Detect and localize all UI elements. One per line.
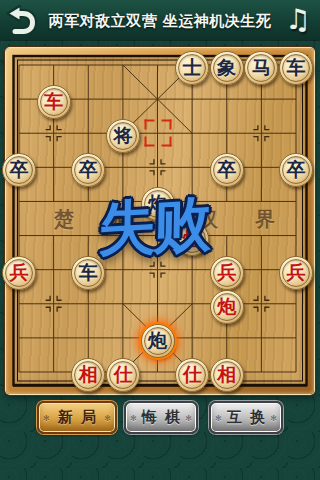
piece-black-cannon[interactable]: 炮 xyxy=(141,324,175,358)
piece-red-elephant[interactable]: 相 xyxy=(210,358,244,392)
swap-sides-button[interactable]: 互换 xyxy=(209,401,283,434)
piece-red-cannon[interactable]: 炮 xyxy=(210,290,244,324)
piece-glyph: 士 xyxy=(176,52,208,84)
piece-black-horse[interactable]: 马 xyxy=(244,51,278,85)
piece-red-chariot[interactable]: 车 xyxy=(37,85,71,119)
piece-glyph: 卒 xyxy=(211,154,243,186)
piece-black-soldier[interactable]: 卒 xyxy=(210,153,244,187)
piece-black-general[interactable]: 将 xyxy=(106,119,140,153)
piece-glyph: 兵 xyxy=(3,257,35,289)
piece-glyph: 相 xyxy=(211,359,243,391)
piece-black-soldier[interactable]: 卒 xyxy=(2,153,36,187)
piece-glyph: 卒 xyxy=(280,154,312,186)
undo-button[interactable]: 悔棋 xyxy=(124,401,198,434)
xiangqi-app: 两军对敌立双营 坐运神机决生死 ♫ 楚 河 汉 界 士象马车车将卒卒卒卒炮炮兵车… xyxy=(0,0,320,480)
piece-glyph: 卒 xyxy=(72,154,104,186)
top-bar: 两军对敌立双营 坐运神机决生死 ♫ xyxy=(0,0,320,40)
piece-glyph: 兵 xyxy=(211,257,243,289)
last-move-marker xyxy=(144,120,171,147)
piece-red-soldier[interactable]: 兵 xyxy=(210,256,244,290)
piece-black-elephant[interactable]: 象 xyxy=(210,51,244,85)
level-title: 两军对敌立双营 坐运神机决生死 xyxy=(42,0,278,40)
piece-glyph: 炮 xyxy=(142,325,174,357)
piece-glyph: 象 xyxy=(211,52,243,84)
piece-glyph: 仕 xyxy=(176,359,208,391)
piece-glyph: 相 xyxy=(72,359,104,391)
piece-glyph: 兵 xyxy=(280,257,312,289)
piece-black-advisor[interactable]: 士 xyxy=(175,51,209,85)
piece-glyph: 车 xyxy=(38,86,70,118)
music-note-icon[interactable]: ♫ xyxy=(281,2,315,38)
piece-red-soldier[interactable]: 兵 xyxy=(279,256,313,290)
piece-black-soldier[interactable]: 卒 xyxy=(279,153,313,187)
back-arrow-icon xyxy=(5,4,39,38)
result-overlay-text: 失败 xyxy=(97,185,208,269)
new-game-button[interactable]: 新局 xyxy=(37,401,117,434)
piece-glyph: 将 xyxy=(107,120,139,152)
piece-red-soldier[interactable]: 兵 xyxy=(2,256,36,290)
piece-glyph: 炮 xyxy=(211,291,243,323)
piece-glyph: 仕 xyxy=(107,359,139,391)
piece-red-advisor[interactable]: 仕 xyxy=(175,358,209,392)
piece-red-advisor[interactable]: 仕 xyxy=(106,358,140,392)
piece-black-chariot[interactable]: 车 xyxy=(279,51,313,85)
back-button[interactable] xyxy=(5,4,39,38)
piece-glyph: 车 xyxy=(280,52,312,84)
piece-glyph: 卒 xyxy=(3,154,35,186)
piece-glyph: 马 xyxy=(245,52,277,84)
piece-red-elephant[interactable]: 相 xyxy=(71,358,105,392)
piece-black-soldier[interactable]: 卒 xyxy=(71,153,105,187)
